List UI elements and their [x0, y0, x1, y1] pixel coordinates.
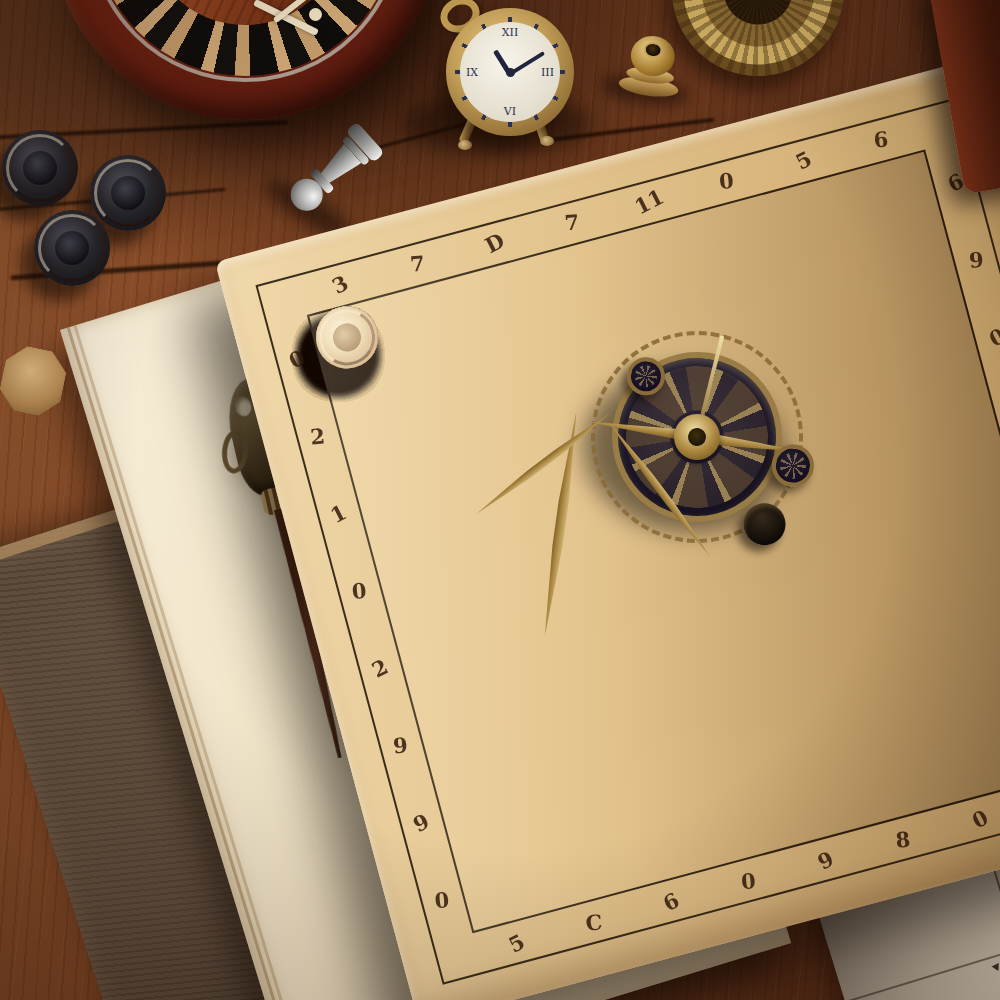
board-label-bottom: C: [584, 909, 603, 935]
wall-clock-hands: [245, 0, 335, 52]
numeral-6: VI: [504, 105, 516, 118]
clock-center-dot: [506, 68, 515, 77]
board-label-left: 0: [433, 887, 450, 913]
checker-cream[interactable]: [309, 299, 385, 375]
board-label-top: 6: [873, 126, 890, 152]
board-label-left: 0: [351, 578, 368, 604]
numeral-12: XII: [502, 26, 519, 39]
board-label-bottom: 8: [895, 827, 912, 853]
board-label-top: 7: [564, 209, 581, 235]
scene: aW. IllI gnIttIw gnIlbIs spwbas gnIzIlIs…: [0, 0, 1000, 1000]
alarm-clock-face: XII III VI IX: [460, 22, 560, 122]
board-label-right: 9: [968, 247, 985, 273]
board-label-bottom: 0: [740, 868, 757, 894]
alarm-clock: XII III VI IX: [432, 2, 592, 162]
board-label-top: 7: [409, 251, 426, 277]
alarm-clock-body: XII III VI IX: [446, 8, 574, 136]
wall-clock-hand-tip: [309, 8, 322, 21]
board-label-left: 2: [309, 423, 326, 449]
numeral-3: III: [541, 66, 554, 79]
table-checker-black[interactable]: [34, 210, 110, 286]
brass-bell: [615, 22, 688, 102]
handle-cutout: [233, 395, 253, 418]
compass-rose: [550, 290, 844, 584]
table-checker-black[interactable]: [2, 130, 78, 206]
board-label-left: 9: [392, 732, 409, 758]
numeral-9: IX: [466, 66, 478, 79]
board-label-top: 0: [718, 168, 735, 194]
alarm-clock-foot: [540, 136, 554, 146]
alarm-clock-foot: [458, 140, 472, 150]
